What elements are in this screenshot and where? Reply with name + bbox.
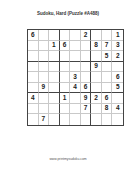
cell-r3c6: [81, 51, 92, 62]
cell-r6c7: [91, 83, 102, 94]
cell-r6c5: 4: [70, 83, 81, 94]
cell-r8c3: [49, 104, 60, 115]
cell-r7c2: [39, 93, 50, 104]
cell-r9c1: [28, 114, 39, 125]
cell-r8c2: [39, 104, 50, 115]
cell-r4c2: [39, 62, 50, 73]
cell-r8c8: 8: [102, 104, 113, 115]
cell-r2c3: 1: [49, 41, 60, 52]
cell-r1c4: [60, 30, 71, 41]
cell-r6c1: [28, 83, 39, 94]
cell-r4c9: [112, 62, 123, 73]
cell-r9c5: [70, 114, 81, 125]
cell-r1c8: [102, 30, 113, 41]
cell-r6c9: 5: [112, 83, 123, 94]
cell-r1c7: [91, 30, 102, 41]
cell-r4c5: [70, 62, 81, 73]
cell-r6c8: [102, 83, 113, 94]
cell-r1c2: [39, 30, 50, 41]
cell-r3c1: [28, 51, 39, 62]
cell-r2c2: [39, 41, 50, 52]
cell-r1c3: [49, 30, 60, 41]
cell-r2c1: [28, 41, 39, 52]
cell-r5c2: [39, 72, 50, 83]
cell-r2c8: 7: [102, 41, 113, 52]
cell-r3c7: [91, 51, 102, 62]
cell-r3c5: [70, 51, 81, 62]
cell-r7c5: [70, 93, 81, 104]
cell-r7c1: 4: [28, 93, 39, 104]
cell-r2c7: 8: [91, 41, 102, 52]
cell-r6c4: [60, 83, 71, 94]
cell-r8c1: [28, 104, 39, 115]
cell-r4c8: [102, 62, 113, 73]
cell-r9c8: [102, 114, 113, 125]
cell-r3c4: [60, 51, 71, 62]
cell-r3c8: 5: [102, 51, 113, 62]
cell-r2c6: [81, 41, 92, 52]
cell-r4c6: [81, 62, 92, 73]
cell-r7c4: 1: [60, 93, 71, 104]
cell-r3c9: 2: [112, 51, 123, 62]
cell-r9c6: [81, 114, 92, 125]
cell-r5c5: 3: [70, 72, 81, 83]
cell-r8c5: [70, 104, 81, 115]
cell-r5c6: [81, 72, 92, 83]
cell-r9c2: 7: [39, 114, 50, 125]
cell-r4c3: [49, 62, 60, 73]
cell-r3c3: [49, 51, 60, 62]
cell-r8c6: 7: [81, 104, 92, 115]
cell-r7c6: 9: [81, 93, 92, 104]
cell-r9c3: [49, 114, 60, 125]
cell-r4c7: 9: [91, 62, 102, 73]
cell-r5c8: [102, 72, 113, 83]
cell-r6c6: 6: [81, 83, 92, 94]
cell-r2c5: [70, 41, 81, 52]
sudoku-board: 62116873529369465419267847: [27, 29, 124, 126]
footer-url-link[interactable]: www.printmysudoku.com: [39, 157, 96, 161]
cell-r7c9: [112, 93, 123, 104]
cell-r7c7: 2: [91, 93, 102, 104]
cell-r5c7: [91, 72, 102, 83]
cell-r9c4: [60, 114, 71, 125]
cell-r5c3: [49, 72, 60, 83]
cell-r1c6: 2: [81, 30, 92, 41]
cell-r2c9: 3: [112, 41, 123, 52]
cell-r1c1: 6: [28, 30, 39, 41]
cell-r4c4: [60, 62, 71, 73]
cell-r5c4: [60, 72, 71, 83]
cell-r9c9: [112, 114, 123, 125]
cell-r3c2: [39, 51, 50, 62]
cell-r9c7: [91, 114, 102, 125]
cell-r6c3: [49, 83, 60, 94]
cell-r5c9: 6: [112, 72, 123, 83]
cell-r5c1: [28, 72, 39, 83]
cell-r8c7: [91, 104, 102, 115]
cell-r8c4: [60, 104, 71, 115]
cell-r8c9: 4: [112, 104, 123, 115]
cell-r7c8: 6: [102, 93, 113, 104]
cell-r2c4: 6: [60, 41, 71, 52]
cell-r4c1: [28, 62, 39, 73]
cell-r6c2: 9: [39, 83, 50, 94]
cell-r7c3: [49, 93, 60, 104]
page-title: Sudoku, Hard (Puzzle #A488): [34, 11, 102, 16]
cell-r1c5: [70, 30, 81, 41]
cell-r1c9: 1: [112, 30, 123, 41]
